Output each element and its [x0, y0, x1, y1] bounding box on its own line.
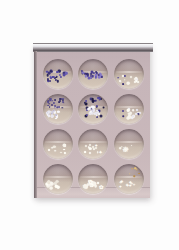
well-cell: ❋: [111, 126, 147, 161]
micro-bead: [48, 103, 50, 105]
iridescent-flake: [60, 152, 62, 154]
box-left-edge: [34, 51, 37, 198]
rhinestone: [91, 99, 94, 102]
rhinestone: [100, 114, 103, 117]
pearl: [55, 185, 58, 188]
rhinestone: [47, 80, 49, 82]
gold-glitter: [137, 169, 138, 170]
well-r4c3: ✦✦✦✦✦✦✦✦✦: [114, 164, 144, 194]
iridescent-flake: [135, 78, 137, 80]
gold-glitter: [129, 173, 131, 175]
lid-mirror-edge: [33, 43, 153, 52]
micro-bead: [54, 99, 56, 101]
rhinestone: [122, 115, 124, 117]
glitter-flake: [51, 115, 54, 118]
iridescent-flake: [124, 79, 126, 81]
iridescent-flake: [89, 148, 92, 151]
iridescent-flake: [133, 109, 135, 111]
iridescent-flake: [131, 145, 133, 147]
rhinestone: [117, 77, 119, 79]
well-r2c3: [114, 94, 144, 124]
glitter-flake: [98, 113, 100, 115]
rhinestone: [56, 80, 58, 82]
rhinestone: [96, 116, 98, 118]
glitter-flake: [48, 111, 51, 114]
glitter-flake: [55, 118, 57, 120]
well-r2c1: [43, 94, 73, 124]
sequin-star: ✦: [98, 149, 102, 154]
iridescent-flake: [129, 112, 132, 115]
iridescent-flake: [89, 152, 91, 154]
gold-glitter: [135, 167, 137, 169]
pearl: [90, 184, 93, 187]
well-r1c1: [43, 59, 73, 89]
iridescent-flake: [137, 81, 139, 83]
rhinestone: [92, 75, 95, 78]
iridescent-flake: [63, 149, 65, 151]
gold-glitter: [132, 168, 133, 169]
glitter-flake: [48, 115, 50, 117]
iridescent-flake: [139, 112, 141, 114]
well-cell: ✿✿✿✿✿✿✿✿: [76, 161, 112, 196]
iridescent-flake: [133, 116, 135, 118]
micro-bead: [51, 104, 53, 106]
rhinestone: [88, 76, 91, 79]
glitter-flake: [92, 110, 94, 112]
iridescent-flake: [54, 150, 56, 152]
sequin-star: ✦: [95, 144, 98, 148]
pearl: [47, 181, 51, 185]
rhinestone: [122, 83, 124, 85]
rhinestone: [138, 113, 140, 115]
well-r2c2: [78, 94, 108, 124]
rhinestone: [50, 77, 52, 79]
gold-glitter: [138, 173, 140, 175]
iridescent-flake: [63, 144, 66, 147]
product-photo: ✦✦❋✿✿✿✿✿✿✿✿✦✦✦✦✦✦✦✦✦: [0, 0, 179, 250]
well-cell: [40, 126, 76, 161]
micro-bead: [59, 100, 61, 102]
glitter-flake: [55, 114, 57, 116]
micro-bead: [54, 107, 55, 108]
sequin-star: ✦: [130, 182, 133, 186]
micro-bead: [62, 107, 63, 108]
iridescent-flake: [130, 76, 132, 78]
glitter-flake: [88, 107, 91, 110]
well-r4c2: ✿✿✿✿✿✿✿✿: [78, 164, 108, 194]
glitter-flake: [97, 111, 99, 113]
well-r3c1: [43, 129, 73, 159]
rhinestone: [122, 110, 124, 112]
pearl: [94, 184, 97, 187]
pearl: [50, 187, 53, 190]
rhinestone: [55, 77, 57, 79]
iridescent-flake: [53, 146, 55, 148]
gold-glitter: [134, 175, 135, 176]
iridescent-flake: [120, 147, 122, 149]
wells-grid: ✦✦❋✿✿✿✿✿✿✿✿✦✦✦✦✦✦✦✦✦: [40, 56, 147, 196]
well-cell: [111, 91, 147, 126]
well-cell: [76, 91, 112, 126]
well-r4c1: [43, 164, 73, 194]
micro-bead: [58, 106, 60, 108]
iridescent-flake: [127, 82, 130, 85]
iridescent-flake: [64, 152, 66, 154]
rhinestone: [95, 71, 97, 73]
iridescent-flake: [85, 145, 87, 147]
rhinestone: [97, 98, 99, 100]
well-cell: ✦✦: [76, 126, 112, 161]
iridescent-flake: [48, 149, 50, 151]
glitter-flake: [57, 111, 59, 113]
micro-bead: [56, 107, 58, 109]
rhinestone: [94, 99, 97, 102]
rhinestone: [49, 80, 51, 82]
rhinestone: [96, 74, 98, 76]
sequin-star: ✦: [119, 185, 122, 189]
well-cell: [40, 91, 76, 126]
rhinestone-box: ✦✦❋✿✿✿✿✿✿✿✿✦✦✦✦✦✦✦✦✦: [34, 45, 150, 198]
well-r1c2: [78, 59, 108, 89]
iridescent-flake: [93, 148, 95, 150]
rhinestone: [86, 114, 88, 116]
rhinestone: [95, 76, 97, 78]
well-r3c3: ❋: [114, 129, 144, 159]
glitter-flake: [51, 111, 53, 113]
well-r3c2: ✦✦: [78, 129, 108, 159]
micro-bead: [49, 106, 51, 108]
rhinestone: [48, 72, 51, 75]
micro-bead: [58, 101, 60, 103]
rhinestone: [82, 71, 85, 74]
iridescent-flake: [128, 116, 131, 119]
rhinestone: [124, 75, 126, 77]
well-cell: [40, 161, 76, 196]
well-r1c3: [114, 59, 144, 89]
well-cell: [111, 56, 147, 91]
well-cell: [76, 56, 112, 91]
rhinestone: [102, 106, 105, 109]
sequin-star: ✦: [126, 184, 129, 188]
pearl: [55, 180, 58, 183]
rhinestone: [101, 76, 103, 78]
iridescent-flake: [127, 109, 130, 112]
iridescent-flake: [134, 81, 136, 83]
micro-bead: [53, 102, 55, 104]
well-cell: ✦✦✦✦✦✦✦✦✦: [111, 161, 147, 196]
rhinestone: [56, 71, 58, 73]
well-cell: [40, 56, 76, 91]
micro-bead: [63, 102, 64, 103]
flower-sequin: ✿: [99, 185, 104, 190]
rhinestone: [63, 74, 66, 77]
iridescent-flake: [84, 151, 86, 153]
pearl: [88, 180, 90, 182]
